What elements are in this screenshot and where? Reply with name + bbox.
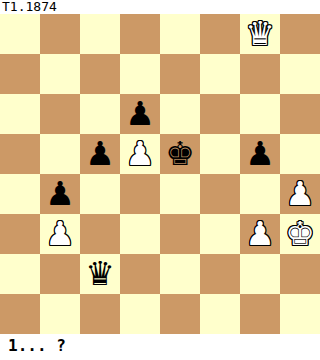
square-d5[interactable]: ♟ [120, 134, 160, 174]
black-pawn-piece: ♟ [45, 174, 75, 214]
white-pawn-piece: ♟ [285, 174, 315, 214]
square-b1[interactable] [40, 294, 80, 334]
square-c2[interactable]: ♛ [80, 254, 120, 294]
square-c1[interactable] [80, 294, 120, 334]
square-d7[interactable] [120, 54, 160, 94]
square-c7[interactable] [80, 54, 120, 94]
square-e7[interactable] [160, 54, 200, 94]
square-b4[interactable]: ♟ [40, 174, 80, 214]
square-f3[interactable] [200, 214, 240, 254]
square-e6[interactable] [160, 94, 200, 134]
square-e5[interactable]: ♚ [160, 134, 200, 174]
square-g8[interactable]: ♛ [240, 14, 280, 54]
square-d1[interactable] [120, 294, 160, 334]
square-b6[interactable] [40, 94, 80, 134]
square-b8[interactable] [40, 14, 80, 54]
black-king-piece: ♚ [165, 134, 195, 174]
square-a6[interactable] [0, 94, 40, 134]
black-pawn-piece: ♟ [245, 134, 275, 174]
square-b7[interactable] [40, 54, 80, 94]
square-g6[interactable] [240, 94, 280, 134]
square-b5[interactable] [40, 134, 80, 174]
square-f6[interactable] [200, 94, 240, 134]
square-f4[interactable] [200, 174, 240, 214]
square-d3[interactable] [120, 214, 160, 254]
square-h4[interactable]: ♟ [280, 174, 320, 214]
square-a8[interactable] [0, 14, 40, 54]
white-pawn-piece: ♟ [245, 214, 275, 254]
square-c4[interactable] [80, 174, 120, 214]
square-c8[interactable] [80, 14, 120, 54]
square-e8[interactable] [160, 14, 200, 54]
square-b2[interactable] [40, 254, 80, 294]
square-f5[interactable] [200, 134, 240, 174]
square-f8[interactable] [200, 14, 240, 54]
move-prompt: 1... ? [0, 334, 320, 360]
square-h5[interactable] [280, 134, 320, 174]
square-d2[interactable] [120, 254, 160, 294]
chess-puzzle-page: T1.1874 ♛♟♟♟♚♟♟♟♟♟♚♛ 1... ? [0, 0, 320, 360]
square-a5[interactable] [0, 134, 40, 174]
square-b3[interactable]: ♟ [40, 214, 80, 254]
square-f7[interactable] [200, 54, 240, 94]
square-h1[interactable] [280, 294, 320, 334]
square-g1[interactable] [240, 294, 280, 334]
square-f2[interactable] [200, 254, 240, 294]
square-h3[interactable]: ♚ [280, 214, 320, 254]
black-pawn-piece: ♟ [125, 94, 155, 134]
square-h6[interactable] [280, 94, 320, 134]
white-queen-piece: ♛ [245, 14, 275, 54]
square-g5[interactable]: ♟ [240, 134, 280, 174]
square-c5[interactable]: ♟ [80, 134, 120, 174]
black-pawn-piece: ♟ [85, 134, 115, 174]
white-pawn-piece: ♟ [125, 134, 155, 174]
square-e2[interactable] [160, 254, 200, 294]
black-queen-piece: ♛ [85, 254, 115, 294]
white-king-piece: ♚ [285, 214, 315, 254]
square-a1[interactable] [0, 294, 40, 334]
white-pawn-piece: ♟ [45, 214, 75, 254]
square-e3[interactable] [160, 214, 200, 254]
square-g7[interactable] [240, 54, 280, 94]
square-h2[interactable] [280, 254, 320, 294]
square-h7[interactable] [280, 54, 320, 94]
square-g2[interactable] [240, 254, 280, 294]
square-d8[interactable] [120, 14, 160, 54]
square-f1[interactable] [200, 294, 240, 334]
square-d6[interactable]: ♟ [120, 94, 160, 134]
square-a4[interactable] [0, 174, 40, 214]
square-h8[interactable] [280, 14, 320, 54]
square-d4[interactable] [120, 174, 160, 214]
chess-board: ♛♟♟♟♚♟♟♟♟♟♚♛ [0, 14, 320, 334]
square-e4[interactable] [160, 174, 200, 214]
square-g4[interactable] [240, 174, 280, 214]
square-a3[interactable] [0, 214, 40, 254]
puzzle-title: T1.1874 [0, 0, 320, 14]
square-a7[interactable] [0, 54, 40, 94]
square-e1[interactable] [160, 294, 200, 334]
square-g3[interactable]: ♟ [240, 214, 280, 254]
square-a2[interactable] [0, 254, 40, 294]
square-c6[interactable] [80, 94, 120, 134]
square-c3[interactable] [80, 214, 120, 254]
